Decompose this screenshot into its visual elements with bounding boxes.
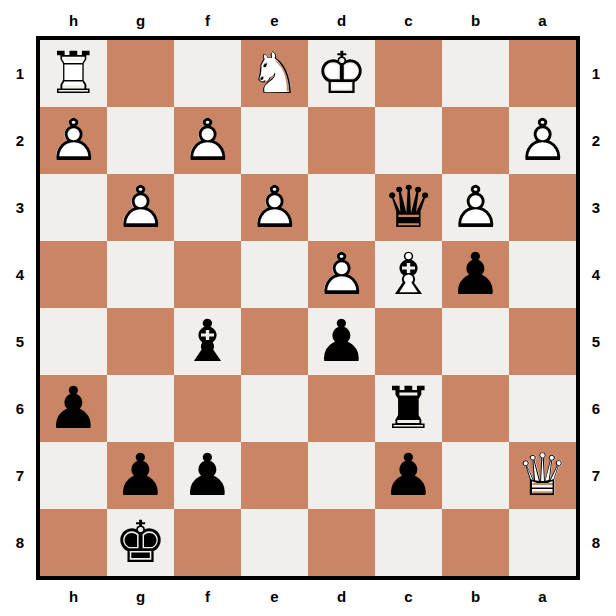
square-f7[interactable]: ♟ [174, 442, 241, 509]
square-g6[interactable] [107, 375, 174, 442]
piece-black-pawn[interactable]: ♟ [375, 442, 442, 509]
square-e7[interactable] [241, 442, 308, 509]
square-c4[interactable]: ♝♗ [375, 241, 442, 308]
rank-label-6: 6 [8, 375, 32, 442]
piece-outline: ♘ [241, 40, 308, 107]
file-labels-top: hgfedcba [40, 8, 576, 32]
piece-black-pawn[interactable]: ♟ [174, 442, 241, 509]
rank-label-3: 3 [584, 174, 608, 241]
rank-label-4: 4 [8, 241, 32, 308]
file-label-b: b [442, 8, 509, 32]
piece-outline: ♖ [40, 40, 107, 107]
file-label-c: c [375, 584, 442, 608]
rank-label-8: 8 [8, 509, 32, 576]
square-b7[interactable] [442, 442, 509, 509]
file-label-e: e [241, 8, 308, 32]
square-g8[interactable]: ♚ [107, 509, 174, 576]
piece-outline: ♙ [241, 174, 308, 241]
square-c7[interactable]: ♟ [375, 442, 442, 509]
piece-black-rook[interactable]: ♜ [375, 375, 442, 442]
square-b5[interactable] [442, 308, 509, 375]
square-g5[interactable] [107, 308, 174, 375]
piece-white-pawn[interactable]: ♟♙ [174, 107, 241, 174]
file-label-e: e [241, 584, 308, 608]
piece-white-bishop[interactable]: ♝♗ [375, 241, 442, 308]
rank-label-3: 3 [8, 174, 32, 241]
file-label-d: d [308, 8, 375, 32]
square-f6[interactable] [174, 375, 241, 442]
file-label-g: g [107, 8, 174, 32]
piece-outline: ♙ [509, 107, 576, 174]
square-g2[interactable] [107, 107, 174, 174]
file-label-b: b [442, 584, 509, 608]
piece-black-bishop[interactable]: ♝ [174, 308, 241, 375]
piece-outline: ♕ [509, 442, 576, 509]
square-h4[interactable] [40, 241, 107, 308]
rank-label-6: 6 [584, 375, 608, 442]
square-b1[interactable] [442, 40, 509, 107]
square-d4[interactable]: ♟♙ [308, 241, 375, 308]
square-f1[interactable] [174, 40, 241, 107]
rank-label-4: 4 [584, 241, 608, 308]
piece-outline: ♗ [375, 241, 442, 308]
square-f8[interactable] [174, 509, 241, 576]
square-e1[interactable]: ♞♘ [241, 40, 308, 107]
square-h5[interactable] [40, 308, 107, 375]
piece-white-pawn[interactable]: ♟♙ [509, 107, 576, 174]
file-label-h: h [40, 584, 107, 608]
piece-black-pawn[interactable]: ♟ [308, 308, 375, 375]
piece-white-king[interactable]: ♚♔ [308, 40, 375, 107]
piece-black-queen[interactable]: ♛ [375, 174, 442, 241]
square-e4[interactable] [241, 241, 308, 308]
square-b8[interactable] [442, 509, 509, 576]
rank-label-7: 7 [8, 442, 32, 509]
square-h7[interactable] [40, 442, 107, 509]
square-a5[interactable] [509, 308, 576, 375]
square-d7[interactable] [308, 442, 375, 509]
piece-outline: ♙ [40, 107, 107, 174]
file-label-a: a [509, 584, 576, 608]
rank-label-1: 1 [584, 40, 608, 107]
square-d2[interactable] [308, 107, 375, 174]
square-b6[interactable] [442, 375, 509, 442]
piece-black-pawn[interactable]: ♟ [107, 442, 174, 509]
square-e2[interactable] [241, 107, 308, 174]
rank-labels-right: 12345678 [584, 40, 608, 576]
square-d6[interactable] [308, 375, 375, 442]
file-label-f: f [174, 584, 241, 608]
square-e5[interactable] [241, 308, 308, 375]
square-a7[interactable]: ♛♕ [509, 442, 576, 509]
chessboard: ♜♖♞♘♚♔♟♙♟♙♟♙♟♙♟♙♛♟♙♟♙♝♗♟♝♟♟♜♟♟♟♛♕♚ [36, 36, 580, 580]
piece-black-pawn[interactable]: ♟ [442, 241, 509, 308]
square-a3[interactable] [509, 174, 576, 241]
rank-label-7: 7 [584, 442, 608, 509]
square-g3[interactable]: ♟♙ [107, 174, 174, 241]
piece-white-rook[interactable]: ♜♖ [40, 40, 107, 107]
square-h1[interactable]: ♜♖ [40, 40, 107, 107]
piece-white-pawn[interactable]: ♟♙ [107, 174, 174, 241]
square-c5[interactable] [375, 308, 442, 375]
square-h2[interactable]: ♟♙ [40, 107, 107, 174]
piece-outline: ♔ [308, 40, 375, 107]
piece-black-pawn[interactable]: ♟ [40, 375, 107, 442]
piece-white-queen[interactable]: ♛♕ [509, 442, 576, 509]
square-c1[interactable] [375, 40, 442, 107]
square-c8[interactable] [375, 509, 442, 576]
piece-outline: ♙ [442, 174, 509, 241]
rank-label-2: 2 [8, 107, 32, 174]
square-f4[interactable] [174, 241, 241, 308]
square-a1[interactable] [509, 40, 576, 107]
square-a4[interactable] [509, 241, 576, 308]
square-b2[interactable] [442, 107, 509, 174]
square-e6[interactable] [241, 375, 308, 442]
square-h3[interactable] [40, 174, 107, 241]
piece-outline: ♙ [308, 241, 375, 308]
chess-diagram: hgfedcba hgfedcba 12345678 12345678 ♜♖♞♘… [0, 0, 616, 616]
file-label-f: f [174, 8, 241, 32]
rank-label-2: 2 [584, 107, 608, 174]
square-d5[interactable]: ♟ [308, 308, 375, 375]
file-label-a: a [509, 8, 576, 32]
piece-white-pawn[interactable]: ♟♙ [40, 107, 107, 174]
square-a8[interactable] [509, 509, 576, 576]
rank-label-5: 5 [8, 308, 32, 375]
square-g1[interactable] [107, 40, 174, 107]
piece-white-knight[interactable]: ♞♘ [241, 40, 308, 107]
file-label-d: d [308, 584, 375, 608]
file-label-c: c [375, 8, 442, 32]
square-a6[interactable] [509, 375, 576, 442]
square-f3[interactable] [174, 174, 241, 241]
rank-label-8: 8 [584, 509, 608, 576]
piece-white-pawn[interactable]: ♟♙ [241, 174, 308, 241]
file-label-h: h [40, 8, 107, 32]
square-c3[interactable]: ♛ [375, 174, 442, 241]
square-b3[interactable]: ♟♙ [442, 174, 509, 241]
square-b4[interactable]: ♟ [442, 241, 509, 308]
file-labels-bottom: hgfedcba [40, 584, 576, 608]
square-g7[interactable]: ♟ [107, 442, 174, 509]
square-f5[interactable]: ♝ [174, 308, 241, 375]
square-d1[interactable]: ♚♔ [308, 40, 375, 107]
square-e3[interactable]: ♟♙ [241, 174, 308, 241]
square-e8[interactable] [241, 509, 308, 576]
square-g4[interactable] [107, 241, 174, 308]
piece-outline: ♙ [174, 107, 241, 174]
piece-outline: ♙ [107, 174, 174, 241]
square-d8[interactable] [308, 509, 375, 576]
square-h8[interactable] [40, 509, 107, 576]
square-h6[interactable]: ♟ [40, 375, 107, 442]
square-d3[interactable] [308, 174, 375, 241]
square-a2[interactable]: ♟♙ [509, 107, 576, 174]
square-c6[interactable]: ♜ [375, 375, 442, 442]
piece-white-pawn[interactable]: ♟♙ [442, 174, 509, 241]
square-f2[interactable]: ♟♙ [174, 107, 241, 174]
piece-white-pawn[interactable]: ♟♙ [308, 241, 375, 308]
rank-label-5: 5 [584, 308, 608, 375]
file-label-g: g [107, 584, 174, 608]
square-c2[interactable] [375, 107, 442, 174]
piece-black-king[interactable]: ♚ [107, 509, 174, 576]
rank-label-1: 1 [8, 40, 32, 107]
rank-labels-left: 12345678 [8, 40, 32, 576]
